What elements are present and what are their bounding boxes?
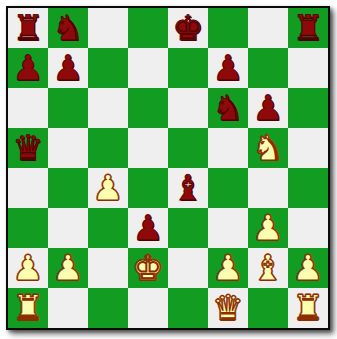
square-c2[interactable] [88, 248, 128, 288]
square-d8[interactable] [128, 8, 168, 48]
square-b5[interactable] [48, 128, 88, 168]
square-g2[interactable]: ♝ [248, 248, 288, 288]
square-f3[interactable] [208, 208, 248, 248]
square-h8[interactable]: ♜ [288, 8, 328, 48]
square-a6[interactable] [8, 88, 48, 128]
square-e7[interactable] [168, 48, 208, 88]
square-a7[interactable]: ♟ [8, 48, 48, 88]
square-c1[interactable] [88, 288, 128, 328]
square-d7[interactable] [128, 48, 168, 88]
square-b8[interactable]: ♞ [48, 8, 88, 48]
square-c4[interactable]: ♟ [88, 168, 128, 208]
square-c7[interactable] [88, 48, 128, 88]
square-d6[interactable] [128, 88, 168, 128]
piece-white-rook[interactable]: ♜ [12, 288, 43, 328]
square-f6[interactable]: ♞ [208, 88, 248, 128]
square-g4[interactable] [248, 168, 288, 208]
square-h4[interactable] [288, 168, 328, 208]
piece-white-pawn[interactable]: ♟ [212, 248, 243, 288]
square-a4[interactable] [8, 168, 48, 208]
piece-white-pawn[interactable]: ♟ [52, 248, 83, 288]
piece-white-king[interactable]: ♚ [132, 248, 163, 288]
square-c5[interactable] [88, 128, 128, 168]
board-frame: ♜♞♚♜♟♟♟♞♟♛♞♟♝♟♟♟♟♚♟♝♟♜♛♜ [6, 6, 330, 330]
square-g8[interactable] [248, 8, 288, 48]
square-h6[interactable] [288, 88, 328, 128]
square-a3[interactable] [8, 208, 48, 248]
square-e8[interactable]: ♚ [168, 8, 208, 48]
square-e2[interactable] [168, 248, 208, 288]
piece-white-queen[interactable]: ♛ [212, 288, 243, 328]
square-b3[interactable] [48, 208, 88, 248]
square-d3[interactable]: ♟ [128, 208, 168, 248]
square-e5[interactable] [168, 128, 208, 168]
square-c6[interactable] [88, 88, 128, 128]
piece-white-pawn[interactable]: ♟ [292, 248, 323, 288]
piece-white-pawn[interactable]: ♟ [12, 248, 43, 288]
square-b6[interactable] [48, 88, 88, 128]
square-b7[interactable]: ♟ [48, 48, 88, 88]
piece-black-bishop[interactable]: ♝ [172, 168, 203, 208]
square-f4[interactable] [208, 168, 248, 208]
square-h2[interactable]: ♟ [288, 248, 328, 288]
square-f8[interactable] [208, 8, 248, 48]
chess-board: ♜♞♚♜♟♟♟♞♟♛♞♟♝♟♟♟♟♚♟♝♟♜♛♜ [8, 8, 328, 328]
square-f1[interactable]: ♛ [208, 288, 248, 328]
square-d2[interactable]: ♚ [128, 248, 168, 288]
square-h7[interactable] [288, 48, 328, 88]
piece-white-rook[interactable]: ♜ [292, 288, 323, 328]
piece-black-pawn[interactable]: ♟ [52, 48, 83, 88]
piece-white-knight[interactable]: ♞ [252, 128, 283, 168]
square-h5[interactable] [288, 128, 328, 168]
piece-black-pawn[interactable]: ♟ [252, 88, 283, 128]
piece-black-queen[interactable]: ♛ [12, 128, 43, 168]
piece-white-pawn[interactable]: ♟ [252, 208, 283, 248]
square-a5[interactable]: ♛ [8, 128, 48, 168]
piece-black-pawn[interactable]: ♟ [212, 48, 243, 88]
square-f5[interactable] [208, 128, 248, 168]
piece-black-knight[interactable]: ♞ [52, 8, 83, 48]
square-f2[interactable]: ♟ [208, 248, 248, 288]
piece-black-rook[interactable]: ♜ [12, 8, 43, 48]
square-e1[interactable] [168, 288, 208, 328]
square-g3[interactable]: ♟ [248, 208, 288, 248]
square-a8[interactable]: ♜ [8, 8, 48, 48]
piece-white-bishop[interactable]: ♝ [252, 248, 283, 288]
square-b2[interactable]: ♟ [48, 248, 88, 288]
square-b4[interactable] [48, 168, 88, 208]
square-g1[interactable] [248, 288, 288, 328]
square-c3[interactable] [88, 208, 128, 248]
square-e6[interactable] [168, 88, 208, 128]
piece-black-pawn[interactable]: ♟ [12, 48, 43, 88]
square-g7[interactable] [248, 48, 288, 88]
square-f7[interactable]: ♟ [208, 48, 248, 88]
square-h1[interactable]: ♜ [288, 288, 328, 328]
square-b1[interactable] [48, 288, 88, 328]
square-d4[interactable] [128, 168, 168, 208]
piece-black-rook[interactable]: ♜ [292, 8, 323, 48]
piece-white-pawn[interactable]: ♟ [92, 168, 123, 208]
square-e4[interactable]: ♝ [168, 168, 208, 208]
square-d1[interactable] [128, 288, 168, 328]
square-g5[interactable]: ♞ [248, 128, 288, 168]
square-e3[interactable] [168, 208, 208, 248]
square-g6[interactable]: ♟ [248, 88, 288, 128]
piece-black-knight[interactable]: ♞ [212, 88, 243, 128]
square-a1[interactable]: ♜ [8, 288, 48, 328]
piece-black-pawn[interactable]: ♟ [132, 208, 163, 248]
square-d5[interactable] [128, 128, 168, 168]
square-c8[interactable] [88, 8, 128, 48]
piece-black-king[interactable]: ♚ [172, 8, 203, 48]
page-background: ♜♞♚♜♟♟♟♞♟♛♞♟♝♟♟♟♟♚♟♝♟♜♛♜ [0, 0, 337, 339]
square-h3[interactable] [288, 208, 328, 248]
square-a2[interactable]: ♟ [8, 248, 48, 288]
